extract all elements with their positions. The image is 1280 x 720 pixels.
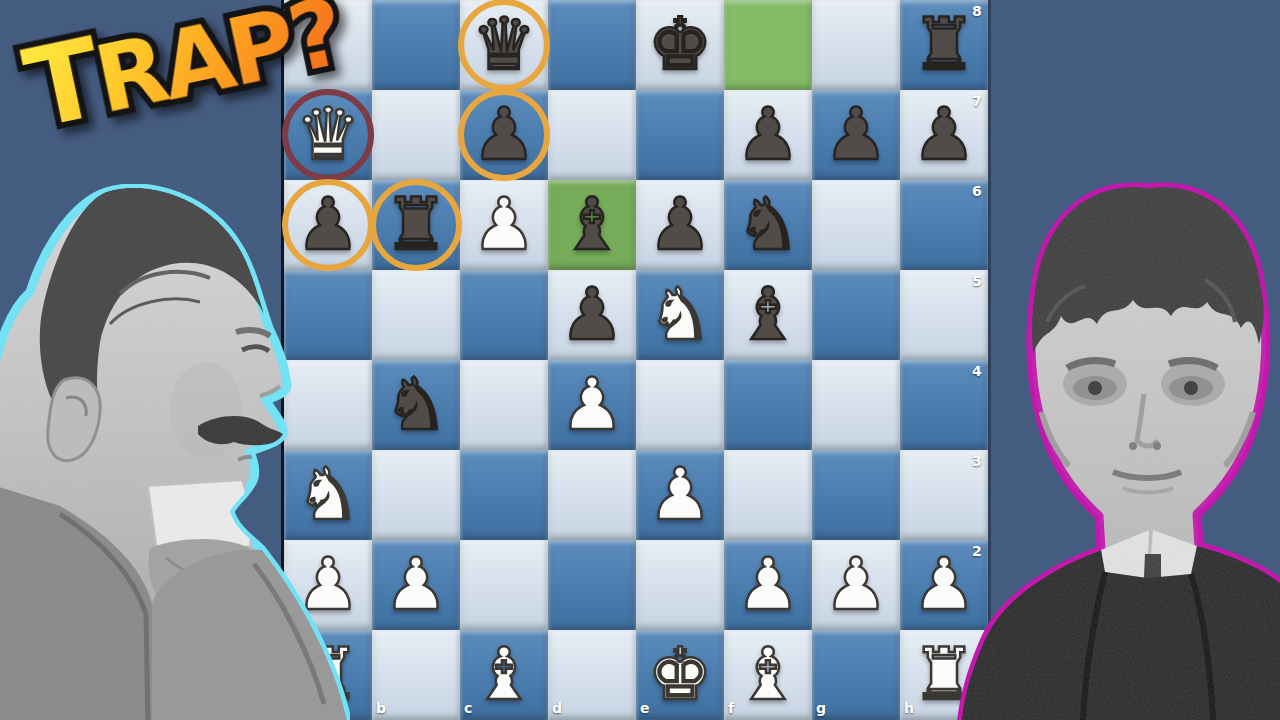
piece-black-king-e8[interactable]: ♚: [636, 0, 724, 90]
piece-white-bishop-f1[interactable]: ♝: [724, 630, 812, 720]
piece-black-pawn-c7[interactable]: ♟: [460, 90, 548, 180]
piece-white-pawn-g2[interactable]: ♟: [812, 540, 900, 630]
piece-black-pawn-e6[interactable]: ♟: [636, 180, 724, 270]
piece-white-knight-e5[interactable]: ♞: [636, 270, 724, 360]
square-b3[interactable]: [372, 450, 460, 540]
square-b7[interactable]: [372, 90, 460, 180]
piece-white-pawn-d4[interactable]: ♟: [548, 360, 636, 450]
thumbnail-canvas: ♛♚♜♛♟♟♟♟♟♜♟♝♟♞♟♞♝♞♟♞♟♟♟♟♟♟♜♝♚♝♜bcdefgh87…: [0, 0, 1280, 720]
square-g3[interactable]: [812, 450, 900, 540]
square-b8[interactable]: [372, 0, 460, 90]
square-g5[interactable]: [812, 270, 900, 360]
square-e4[interactable]: [636, 360, 724, 450]
piece-black-bishop-f5[interactable]: ♝: [724, 270, 812, 360]
square-f8[interactable]: [724, 0, 812, 90]
piece-black-pawn-g7[interactable]: ♟: [812, 90, 900, 180]
square-b5[interactable]: [372, 270, 460, 360]
square-g6[interactable]: [812, 180, 900, 270]
square-d8[interactable]: [548, 0, 636, 90]
piece-black-bishop-d6[interactable]: ♝: [548, 180, 636, 270]
file-label-g: g: [816, 700, 826, 716]
piece-white-queen-a7[interactable]: ♛: [284, 90, 372, 180]
piece-white-pawn-c6[interactable]: ♟: [460, 180, 548, 270]
square-e2[interactable]: [636, 540, 724, 630]
square-d7[interactable]: [548, 90, 636, 180]
rank-label-8: 8: [972, 3, 982, 19]
file-label-f: f: [728, 700, 734, 716]
square-d2[interactable]: [548, 540, 636, 630]
piece-black-knight-f6[interactable]: ♞: [724, 180, 812, 270]
piece-white-pawn-b2[interactable]: ♟: [372, 540, 460, 630]
piece-white-pawn-e3[interactable]: ♟: [636, 450, 724, 540]
square-c3[interactable]: [460, 450, 548, 540]
piece-white-bishop-c1[interactable]: ♝: [460, 630, 548, 720]
piece-black-rook-b6[interactable]: ♜: [372, 180, 460, 270]
piece-black-pawn-f7[interactable]: ♟: [724, 90, 812, 180]
square-f4[interactable]: [724, 360, 812, 450]
rank-label-7: 7: [972, 93, 982, 109]
square-f3[interactable]: [724, 450, 812, 540]
piece-white-pawn-f2[interactable]: ♟: [724, 540, 812, 630]
square-g8[interactable]: [812, 0, 900, 90]
square-e7[interactable]: [636, 90, 724, 180]
file-label-b: b: [376, 700, 386, 716]
left-player-photo: [0, 184, 350, 720]
square-d3[interactable]: [548, 450, 636, 540]
piece-black-queen-c8[interactable]: ♛: [460, 0, 548, 90]
square-g4[interactable]: [812, 360, 900, 450]
chess-board: ♛♚♜♛♟♟♟♟♟♜♟♝♟♞♟♞♝♞♟♞♟♟♟♟♟♟♜♝♚♝♜bcdefgh87…: [284, 0, 988, 720]
file-label-e: e: [640, 700, 650, 716]
file-label-h: h: [904, 700, 914, 716]
piece-black-knight-b4[interactable]: ♞: [372, 360, 460, 450]
file-label-c: c: [464, 700, 472, 716]
square-c2[interactable]: [460, 540, 548, 630]
piece-black-pawn-d5[interactable]: ♟: [548, 270, 636, 360]
file-label-d: d: [552, 700, 562, 716]
square-c5[interactable]: [460, 270, 548, 360]
right-player-photo: [935, 172, 1280, 720]
square-c4[interactable]: [460, 360, 548, 450]
